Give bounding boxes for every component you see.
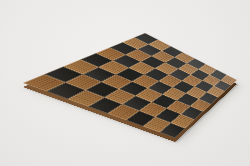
photo-background xyxy=(0,0,250,166)
